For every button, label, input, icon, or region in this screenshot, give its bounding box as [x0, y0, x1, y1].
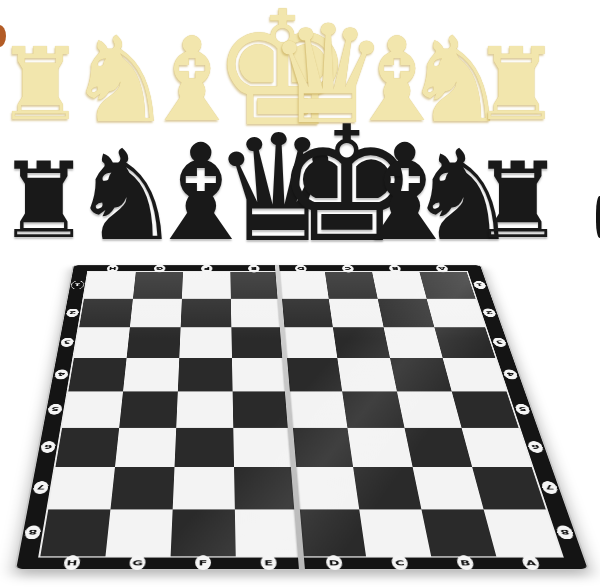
file-label-F: F [195, 555, 211, 570]
rank-label-8: 8 [24, 526, 42, 540]
square-c3 [333, 327, 390, 358]
chess-set-product-photo: ♜ ♞ ♝ ♚ ♛ ♝ ♞ ♜ ♜ ♞ ♝ ♛ ♚ ♝ ♞ ♜ HGFEDCBA… [0, 0, 600, 588]
square-g2 [130, 299, 182, 328]
square-f8 [171, 510, 236, 557]
square-c6 [347, 428, 412, 467]
rank-label-cell: 5 [510, 391, 536, 427]
rank-label-5: 5 [514, 404, 531, 415]
rank-label-5: 5 [47, 404, 62, 415]
square-h5 [62, 391, 123, 427]
square-b3 [384, 327, 443, 358]
square-g5 [119, 391, 178, 427]
file-labels-bottom: HGFEDCBA [38, 557, 565, 568]
rank-label-cell: 4 [52, 358, 71, 391]
square-e1 [230, 272, 279, 299]
file-label-cell: D [301, 555, 368, 570]
square-b7 [413, 467, 484, 510]
square-f6 [175, 428, 235, 467]
rank-label-1: 1 [473, 281, 487, 289]
square-h7 [48, 467, 115, 510]
square-f1 [182, 272, 231, 299]
rank-label-8: 8 [555, 526, 575, 540]
rank-label-cell: 6 [522, 428, 550, 467]
square-b8 [421, 510, 496, 557]
fold-seam [275, 265, 305, 568]
square-b2 [378, 299, 435, 328]
square-f2 [181, 299, 232, 328]
file-label-E: E [260, 555, 277, 570]
square-e2 [231, 299, 282, 328]
file-label-cell: E [236, 555, 302, 570]
square-a6 [461, 428, 531, 467]
rank-label-7: 7 [540, 481, 559, 494]
square-c7 [353, 467, 421, 510]
square-h8 [40, 510, 110, 557]
rank-label-3: 3 [492, 338, 508, 347]
square-h2 [79, 299, 133, 328]
square-c4 [337, 358, 397, 391]
square-e4 [232, 358, 287, 391]
square-d6 [290, 428, 353, 467]
file-label-H: H [63, 555, 81, 570]
file-label-cell: G [104, 555, 171, 570]
square-f4 [178, 358, 233, 391]
square-a7 [472, 467, 546, 510]
square-g3 [127, 327, 181, 358]
square-d4 [285, 358, 343, 391]
square-g6 [115, 428, 176, 467]
rank-label-3: 3 [60, 338, 74, 347]
square-g1 [133, 272, 183, 299]
rank-label-4: 4 [54, 370, 69, 380]
square-d5 [287, 391, 347, 427]
square-g7 [110, 467, 174, 510]
rank-label-1: 1 [71, 281, 84, 289]
square-e7 [234, 467, 297, 510]
cropped-piece-fragment-right [596, 196, 600, 238]
square-d2 [280, 299, 333, 328]
square-e3 [231, 327, 284, 358]
rank-label-2: 2 [66, 308, 80, 316]
square-a4 [443, 358, 507, 391]
rank-label-cell: 7 [29, 467, 51, 510]
file-label-cell: H [38, 555, 106, 570]
square-d8 [297, 510, 366, 557]
file-label-cell: F [170, 555, 236, 570]
rank-label-cell: 6 [37, 428, 58, 467]
file-label-C: C [391, 555, 409, 570]
rank-labels-right: 12345678 [468, 272, 583, 557]
square-h3 [74, 327, 130, 358]
square-e6 [233, 428, 293, 467]
square-a1 [419, 272, 475, 299]
rank-label-6: 6 [40, 441, 56, 453]
square-f5 [176, 391, 233, 427]
square-c5 [342, 391, 404, 427]
square-e8 [235, 510, 301, 557]
rank-label-cell: 3 [488, 327, 511, 358]
rank-label-cell: 8 [550, 510, 582, 557]
rank-labels-left: 12345678 [19, 272, 88, 557]
file-label-B: B [456, 555, 475, 570]
square-h6 [55, 428, 119, 467]
square-d3 [282, 327, 337, 358]
board-squares [40, 272, 561, 557]
rank-label-cell: 3 [58, 327, 76, 358]
chess-board: HGFEDCBA HGFEDCBA 12345678 12345678 [14, 265, 590, 570]
square-f7 [173, 467, 235, 510]
square-a5 [452, 391, 519, 427]
square-a2 [427, 299, 486, 328]
rank-label-cell: 1 [69, 272, 85, 299]
square-e5 [233, 391, 291, 427]
file-label-cell: B [431, 555, 500, 570]
vinyl-glare [40, 272, 561, 557]
file-label-D: D [325, 555, 343, 570]
square-a8 [484, 510, 562, 557]
rank-label-cell: 5 [45, 391, 65, 427]
square-b6 [404, 428, 472, 467]
square-g4 [123, 358, 179, 391]
rank-label-4: 4 [502, 370, 518, 380]
file-label-A: A [521, 555, 541, 570]
black-rook-icon: ♜ [471, 149, 561, 254]
rank-label-cell: 7 [535, 467, 564, 510]
rank-label-cell: 8 [21, 510, 45, 557]
rank-label-cell: 2 [64, 299, 81, 328]
square-f3 [179, 327, 232, 358]
square-c2 [329, 299, 384, 328]
rank-label-cell: 4 [499, 358, 524, 391]
rank-label-2: 2 [482, 308, 497, 316]
square-b5 [397, 391, 462, 427]
rank-label-7: 7 [32, 481, 49, 494]
file-label-G: G [129, 555, 146, 570]
square-h4 [68, 358, 126, 391]
rank-label-6: 6 [527, 441, 545, 453]
square-b4 [390, 358, 452, 391]
square-h1 [84, 272, 136, 299]
square-c8 [359, 510, 431, 557]
square-g8 [105, 510, 172, 557]
square-a3 [434, 327, 495, 358]
board-field [38, 271, 564, 557]
file-label-cell: A [496, 555, 566, 570]
rank-label-cell: 1 [469, 272, 490, 299]
rank-label-cell: 2 [479, 299, 501, 328]
file-label-cell: C [366, 555, 434, 570]
white-rook-icon: ♜ [471, 35, 561, 135]
square-d7 [294, 467, 360, 510]
